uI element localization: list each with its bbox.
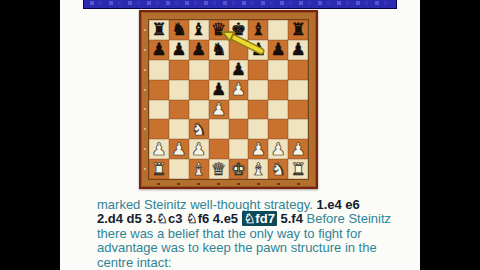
square-g5[interactable] bbox=[268, 80, 288, 100]
piece-black-queen: ♛ bbox=[209, 20, 229, 40]
file-label-mark bbox=[157, 183, 160, 185]
piece-white-pawn: ♟ bbox=[169, 139, 189, 159]
square-f5[interactable] bbox=[248, 80, 268, 100]
piece-black-bishop: ♝ bbox=[189, 20, 209, 40]
square-d1[interactable]: ♛ bbox=[209, 159, 229, 179]
square-e6[interactable]: ♟ bbox=[229, 60, 249, 80]
piece-black-pawn: ♟ bbox=[268, 40, 288, 60]
square-h5[interactable] bbox=[288, 80, 308, 100]
commentary-text: Before Steinitz bbox=[303, 211, 391, 226]
file-label-mark bbox=[277, 183, 280, 185]
chess-board-grid: ♜♞♝♛♚♝♜♟♟♟♞♟♟♟♟♟♟♟♞♟♟♟♟♟♟♜♝♛♚♝♞♜ bbox=[149, 20, 308, 179]
piece-black-king: ♚ bbox=[229, 20, 249, 40]
square-c5[interactable] bbox=[189, 80, 209, 100]
move-notation: 5.f4 bbox=[277, 211, 303, 226]
piece-white-rook: ♜ bbox=[288, 159, 308, 179]
file-label-mark bbox=[297, 183, 300, 185]
square-h2[interactable]: ♟ bbox=[288, 139, 308, 159]
square-g7[interactable]: ♟ bbox=[268, 40, 288, 60]
square-e1[interactable]: ♚ bbox=[229, 159, 249, 179]
square-c1[interactable]: ♝ bbox=[189, 159, 209, 179]
file-label-mark bbox=[177, 183, 180, 185]
square-f6[interactable] bbox=[248, 60, 268, 80]
video-content-area: ♜♞♝♛♚♝♜♟♟♟♞♟♟♟♟♟♟♟♞♟♟♟♟♟♟♜♝♛♚♝♞♜ marked … bbox=[60, 0, 420, 270]
square-b8[interactable]: ♞ bbox=[169, 20, 189, 40]
square-b4[interactable] bbox=[169, 100, 189, 120]
square-e2[interactable] bbox=[229, 139, 249, 159]
square-b2[interactable]: ♟ bbox=[169, 139, 189, 159]
square-e3[interactable] bbox=[229, 119, 249, 139]
square-g6[interactable] bbox=[268, 60, 288, 80]
square-b1[interactable] bbox=[169, 159, 189, 179]
square-a1[interactable]: ♜ bbox=[149, 159, 169, 179]
square-g2[interactable]: ♟ bbox=[268, 139, 288, 159]
square-c6[interactable] bbox=[189, 60, 209, 80]
piece-white-pawn: ♟ bbox=[288, 139, 308, 159]
square-g8[interactable] bbox=[268, 20, 288, 40]
square-a7[interactable]: ♟ bbox=[149, 40, 169, 60]
square-b5[interactable] bbox=[169, 80, 189, 100]
commentary-text: there was a belief that the only way to … bbox=[97, 226, 361, 241]
piece-white-pawn: ♟ bbox=[189, 139, 209, 159]
file-label-mark bbox=[197, 183, 200, 185]
square-g3[interactable] bbox=[268, 119, 288, 139]
square-d7[interactable]: ♞ bbox=[209, 40, 229, 60]
square-h8[interactable]: ♜ bbox=[288, 20, 308, 40]
square-f4[interactable] bbox=[248, 100, 268, 120]
rank-label-mark bbox=[144, 49, 146, 51]
square-d8[interactable]: ♛ bbox=[209, 20, 229, 40]
commentary-text: marked Steinitz well-thought strategy. bbox=[97, 197, 316, 212]
rank-label-mark bbox=[144, 168, 146, 170]
highlighted-move-nfd7[interactable]: ♘fd7 bbox=[242, 211, 277, 226]
square-e7[interactable] bbox=[229, 40, 249, 60]
piece-black-rook: ♜ bbox=[149, 20, 169, 40]
piece-white-bishop: ♝ bbox=[248, 159, 268, 179]
file-label-mark bbox=[237, 183, 240, 185]
annotation-line: marked Steinitz well-thought strategy. 1… bbox=[97, 198, 402, 212]
annotation-line: 2.d4 d5 3.♘c3 ♘f6 4.e5 ♘fd7 5.f4 Before … bbox=[97, 212, 402, 226]
piece-black-knight: ♞ bbox=[169, 20, 189, 40]
square-f2[interactable]: ♟ bbox=[248, 139, 268, 159]
piece-white-queen: ♛ bbox=[209, 159, 229, 179]
file-label-mark bbox=[257, 183, 260, 185]
move-commentary: marked Steinitz well-thought strategy. 1… bbox=[97, 198, 402, 270]
annotation-line: advantage was to keep the pawn structure… bbox=[97, 241, 402, 255]
piece-white-pawn: ♟ bbox=[229, 80, 249, 100]
square-a3[interactable] bbox=[149, 119, 169, 139]
piece-black-pawn: ♟ bbox=[149, 40, 169, 60]
square-a8[interactable]: ♜ bbox=[149, 20, 169, 40]
piece-white-knight: ♞ bbox=[189, 119, 209, 139]
piece-black-pawn: ♟ bbox=[209, 80, 229, 100]
square-f1[interactable]: ♝ bbox=[248, 159, 268, 179]
piece-white-bishop: ♝ bbox=[189, 159, 209, 179]
piece-black-pawn: ♟ bbox=[189, 40, 209, 60]
rank-label-mark bbox=[144, 148, 146, 150]
chess-board: ♜♞♝♛♚♝♜♟♟♟♞♟♟♟♟♟♟♟♞♟♟♟♟♟♟♜♝♛♚♝♞♜ bbox=[139, 10, 318, 189]
piece-black-rook: ♜ bbox=[288, 20, 308, 40]
square-e8[interactable]: ♚ bbox=[229, 20, 249, 40]
square-c4[interactable] bbox=[189, 100, 209, 120]
square-b6[interactable] bbox=[169, 60, 189, 80]
square-g4[interactable] bbox=[268, 100, 288, 120]
square-a5[interactable] bbox=[149, 80, 169, 100]
square-a2[interactable]: ♟ bbox=[149, 139, 169, 159]
square-h6[interactable] bbox=[288, 60, 308, 80]
move-notation: 1.e4 e6 bbox=[316, 197, 359, 212]
piece-black-pawn: ♟ bbox=[288, 40, 308, 60]
rank-label-mark bbox=[144, 69, 146, 71]
square-c3[interactable]: ♞ bbox=[189, 119, 209, 139]
square-h4[interactable] bbox=[288, 100, 308, 120]
commentary-text: advantage was to keep the pawn structure… bbox=[97, 240, 377, 255]
piece-black-pawn: ♟ bbox=[169, 40, 189, 60]
square-e4[interactable] bbox=[229, 100, 249, 120]
piece-white-pawn: ♟ bbox=[268, 139, 288, 159]
square-h3[interactable] bbox=[288, 119, 308, 139]
square-d5[interactable]: ♟ bbox=[209, 80, 229, 100]
cropped-title-text bbox=[90, 1, 390, 5]
square-a6[interactable] bbox=[149, 60, 169, 80]
square-c7[interactable]: ♟ bbox=[189, 40, 209, 60]
square-a4[interactable] bbox=[149, 100, 169, 120]
square-b7[interactable]: ♟ bbox=[169, 40, 189, 60]
rank-label-mark bbox=[144, 29, 146, 31]
rank-label-mark bbox=[144, 128, 146, 130]
square-e5[interactable]: ♟ bbox=[229, 80, 249, 100]
piece-black-bishop: ♝ bbox=[248, 20, 268, 40]
square-d6[interactable] bbox=[209, 60, 229, 80]
square-f3[interactable] bbox=[248, 119, 268, 139]
piece-black-pawn: ♟ bbox=[229, 60, 249, 80]
square-h7[interactable]: ♟ bbox=[288, 40, 308, 60]
rank-label-mark bbox=[144, 108, 146, 110]
square-b3[interactable] bbox=[169, 119, 189, 139]
move-notation: 2.d4 d5 3.♘c3 ♘f6 4.e5 bbox=[97, 211, 242, 226]
square-d4[interactable]: ♟ bbox=[209, 100, 229, 120]
piece-white-knight: ♞ bbox=[268, 159, 288, 179]
square-f8[interactable]: ♝ bbox=[248, 20, 268, 40]
square-h1[interactable]: ♜ bbox=[288, 159, 308, 179]
square-c2[interactable]: ♟ bbox=[189, 139, 209, 159]
file-label-mark bbox=[217, 183, 220, 185]
piece-white-pawn: ♟ bbox=[149, 139, 169, 159]
commentary-text: centre intact: bbox=[97, 255, 171, 270]
title-banner bbox=[83, 0, 397, 9]
piece-black-pawn: ♟ bbox=[248, 40, 268, 60]
piece-white-pawn: ♟ bbox=[248, 139, 268, 159]
square-c8[interactable]: ♝ bbox=[189, 20, 209, 40]
annotation-line: there was a belief that the only way to … bbox=[97, 227, 402, 241]
piece-white-rook: ♜ bbox=[149, 159, 169, 179]
annotation-line: centre intact: bbox=[97, 256, 402, 270]
piece-white-king: ♚ bbox=[229, 159, 249, 179]
square-d3[interactable] bbox=[209, 119, 229, 139]
square-f7[interactable]: ♟ bbox=[248, 40, 268, 60]
piece-white-pawn: ♟ bbox=[209, 100, 229, 120]
piece-black-knight: ♞ bbox=[209, 40, 229, 60]
square-g1[interactable]: ♞ bbox=[268, 159, 288, 179]
square-d2[interactable] bbox=[209, 139, 229, 159]
rank-label-mark bbox=[144, 89, 146, 91]
